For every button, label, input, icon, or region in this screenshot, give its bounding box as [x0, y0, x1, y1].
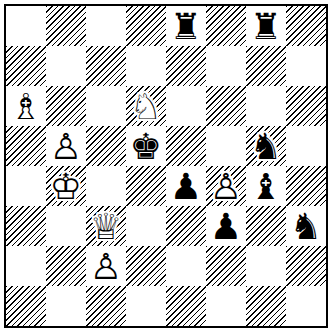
square-b4[interactable]: ♚♔ — [46, 166, 86, 206]
square-b8[interactable] — [46, 6, 86, 46]
square-d8[interactable] — [126, 6, 166, 46]
black-knight-halo: ♞ — [286, 206, 326, 246]
square-d6[interactable]: ♞♘ — [126, 86, 166, 126]
white-pawn-icon: ♙ — [206, 166, 246, 206]
square-d1[interactable] — [126, 286, 166, 326]
square-d2[interactable] — [126, 246, 166, 286]
square-f5[interactable] — [206, 126, 246, 166]
square-h7[interactable] — [286, 46, 326, 86]
black-pawn-halo: ♟ — [166, 166, 206, 206]
white-pawn-icon: ♙ — [46, 126, 86, 166]
square-a5[interactable] — [6, 126, 46, 166]
square-f7[interactable] — [206, 46, 246, 86]
black-rook-halo: ♜ — [166, 6, 206, 46]
square-c5[interactable] — [86, 126, 126, 166]
square-c8[interactable] — [86, 6, 126, 46]
square-h4[interactable] — [286, 166, 326, 206]
square-h6[interactable] — [286, 86, 326, 126]
white-pawn-icon: ♙ — [86, 246, 126, 286]
white-queen-halo: ♛ — [86, 206, 126, 246]
square-c6[interactable] — [86, 86, 126, 126]
white-pawn-halo: ♟ — [46, 126, 86, 166]
black-rook-halo: ♜ — [246, 6, 286, 46]
square-b3[interactable] — [46, 206, 86, 246]
square-e8[interactable]: ♜♜ — [166, 6, 206, 46]
square-g4[interactable]: ♝♝ — [246, 166, 286, 206]
white-pawn-halo: ♟ — [86, 246, 126, 286]
square-c7[interactable] — [86, 46, 126, 86]
black-pawn-icon: ♟ — [166, 166, 206, 206]
square-c2[interactable]: ♟♙ — [86, 246, 126, 286]
square-a2[interactable] — [6, 246, 46, 286]
square-g7[interactable] — [246, 46, 286, 86]
square-b2[interactable] — [46, 246, 86, 286]
white-knight-icon: ♘ — [126, 86, 166, 126]
black-pawn-icon: ♟ — [206, 206, 246, 246]
square-h5[interactable] — [286, 126, 326, 166]
square-g1[interactable] — [246, 286, 286, 326]
white-queen-icon: ♕ — [86, 206, 126, 246]
square-f4[interactable]: ♟♙ — [206, 166, 246, 206]
square-h3[interactable]: ♞♞ — [286, 206, 326, 246]
square-d5[interactable]: ♚♚ — [126, 126, 166, 166]
square-c1[interactable] — [86, 286, 126, 326]
square-e6[interactable] — [166, 86, 206, 126]
white-bishop-icon: ♗ — [6, 86, 46, 126]
square-b5[interactable]: ♟♙ — [46, 126, 86, 166]
square-f2[interactable] — [206, 246, 246, 286]
black-bishop-halo: ♝ — [246, 166, 286, 206]
square-g6[interactable] — [246, 86, 286, 126]
square-a8[interactable] — [6, 6, 46, 46]
square-d3[interactable] — [126, 206, 166, 246]
square-c3[interactable]: ♛♕ — [86, 206, 126, 246]
square-f3[interactable]: ♟♟ — [206, 206, 246, 246]
square-e7[interactable] — [166, 46, 206, 86]
square-b6[interactable] — [46, 86, 86, 126]
square-d4[interactable] — [126, 166, 166, 206]
chess-diagram-page: ♜♜♜♜♝♗♞♘♟♙♚♚♞♞♚♔♟♟♟♙♝♝♛♕♟♟♞♞♟♙ — [0, 0, 332, 332]
white-king-halo: ♚ — [46, 166, 86, 206]
black-rook-icon: ♜ — [246, 6, 286, 46]
white-pawn-halo: ♟ — [206, 166, 246, 206]
black-bishop-icon: ♝ — [246, 166, 286, 206]
square-h8[interactable] — [286, 6, 326, 46]
black-knight-halo: ♞ — [246, 126, 286, 166]
chess-board: ♜♜♜♜♝♗♞♘♟♙♚♚♞♞♚♔♟♟♟♙♝♝♛♕♟♟♞♞♟♙ — [4, 4, 328, 328]
white-knight-halo: ♞ — [126, 86, 166, 126]
black-rook-icon: ♜ — [166, 6, 206, 46]
black-knight-icon: ♞ — [246, 126, 286, 166]
square-f1[interactable] — [206, 286, 246, 326]
square-h1[interactable] — [286, 286, 326, 326]
square-e2[interactable] — [166, 246, 206, 286]
square-e1[interactable] — [166, 286, 206, 326]
black-king-halo: ♚ — [126, 126, 166, 166]
square-a1[interactable] — [6, 286, 46, 326]
white-king-icon: ♔ — [46, 166, 86, 206]
square-c4[interactable] — [86, 166, 126, 206]
square-a7[interactable] — [6, 46, 46, 86]
square-a4[interactable] — [6, 166, 46, 206]
square-g3[interactable] — [246, 206, 286, 246]
square-e3[interactable] — [166, 206, 206, 246]
square-b7[interactable] — [46, 46, 86, 86]
square-b1[interactable] — [46, 286, 86, 326]
black-knight-icon: ♞ — [286, 206, 326, 246]
square-g5[interactable]: ♞♞ — [246, 126, 286, 166]
white-bishop-halo: ♝ — [6, 86, 46, 126]
black-pawn-halo: ♟ — [206, 206, 246, 246]
square-e4[interactable]: ♟♟ — [166, 166, 206, 206]
square-g8[interactable]: ♜♜ — [246, 6, 286, 46]
square-f8[interactable] — [206, 6, 246, 46]
square-g2[interactable] — [246, 246, 286, 286]
square-e5[interactable] — [166, 126, 206, 166]
square-f6[interactable] — [206, 86, 246, 126]
square-a3[interactable] — [6, 206, 46, 246]
square-d7[interactable] — [126, 46, 166, 86]
square-h2[interactable] — [286, 246, 326, 286]
black-king-icon: ♚ — [126, 126, 166, 166]
square-a6[interactable]: ♝♗ — [6, 86, 46, 126]
